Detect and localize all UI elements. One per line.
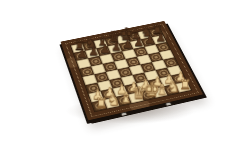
square-h4 — [163, 57, 178, 67]
square-g4 — [152, 60, 167, 70]
square-g1: ♞ — [163, 84, 179, 95]
board-grid: ♜♞♝♛♚♝♞♜♟♟♟♟♟♟♟♟♟♟♟♟♟♟♟♟♜♞♝♛♚♝♞♜ — [71, 28, 191, 112]
piece-black-rook: ♜ — [151, 23, 162, 35]
square-b6 — [88, 56, 103, 66]
chess-set-photo: ♜♞♝♛♚♝♞♜♟♟♟♟♟♟♟♟♟♟♟♟♟♟♟♟♜♞♝♛♚♝♞♜ — [0, 0, 240, 150]
square-f4 — [140, 62, 155, 72]
